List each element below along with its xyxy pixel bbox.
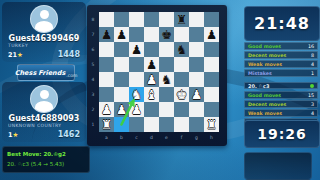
player-rating: 1462 [58, 130, 80, 139]
piece-black-knight[interactable]: ♞ [159, 72, 174, 87]
piece-black-pawn[interactable]: ♟ [204, 27, 219, 42]
square-g1[interactable] [189, 117, 204, 132]
file-label-g: g [189, 134, 204, 144]
square-c3[interactable]: ♞ [129, 87, 144, 102]
clock-time: 19:26 [257, 126, 307, 142]
square-c7[interactable] [129, 27, 144, 42]
piece-black-pawn[interactable]: ♟ [114, 27, 129, 42]
stat-label: Decent moves [248, 53, 286, 58]
good-move-dot-icon [310, 84, 314, 88]
square-h8[interactable] [204, 12, 219, 27]
file-label-e: e [159, 134, 174, 144]
square-h1[interactable]: ♜ [204, 117, 219, 132]
stat-value: 4 [311, 111, 314, 116]
star-icon: ★ [13, 131, 19, 139]
square-d6[interactable] [144, 42, 159, 57]
piece-white-pawn[interactable]: ♟ [129, 102, 144, 117]
player-name: Guest46399469 [6, 34, 82, 43]
best-move-text: Best Move: 20.♔g2 [7, 149, 85, 159]
stat-row-weak: Weak moves4 [244, 109, 318, 117]
square-b5[interactable] [114, 57, 129, 72]
stat-row-weak: Weak moves4 [244, 60, 318, 68]
avatar-person-icon [40, 90, 49, 99]
stat-row-mistakes: Mistakes1 [244, 69, 318, 77]
square-d5[interactable]: ♟ [144, 57, 159, 72]
square-e2[interactable] [159, 102, 174, 117]
piece-black-pawn[interactable]: ♟ [144, 57, 159, 72]
piece-white-bishop[interactable]: ♝ [144, 87, 159, 102]
square-h5[interactable] [204, 57, 219, 72]
piece-white-rook[interactable]: ♜ [99, 117, 114, 132]
rank-label-2: 2 [87, 102, 99, 117]
file-label-b: b [114, 134, 129, 144]
square-c5[interactable] [129, 57, 144, 72]
player-rating: 1448 [58, 50, 80, 59]
player-country: TURKEY [6, 43, 82, 49]
square-c8[interactable] [129, 12, 144, 27]
rank-label-8: 8 [87, 12, 99, 27]
stat-label: Good moves [248, 93, 281, 98]
rank-label-1: 1 [87, 117, 99, 132]
file-label-d: d [144, 134, 159, 144]
avatar [30, 85, 58, 113]
player-country: UNKNOWN COUNTRY [6, 123, 82, 129]
avatar-person-icon [35, 21, 53, 33]
square-c4[interactable] [129, 72, 144, 87]
file-label-c: c [129, 134, 144, 144]
square-f3[interactable]: ♚ [174, 87, 189, 102]
piece-black-rook[interactable]: ♜ [174, 12, 189, 27]
square-e4[interactable]: ♞ [159, 72, 174, 87]
piece-white-king[interactable]: ♚ [174, 87, 189, 102]
player-name: Guest46889093 [6, 114, 82, 123]
square-e3[interactable] [159, 87, 174, 102]
square-g8[interactable] [189, 12, 204, 27]
square-h4[interactable] [204, 72, 219, 87]
square-c6[interactable]: ♟ [129, 42, 144, 57]
square-a6[interactable] [99, 42, 114, 57]
piece-white-pawn[interactable]: ♟ [99, 102, 114, 117]
logo-text: Chess [15, 69, 37, 77]
clock-opponent: 21:48 [244, 6, 320, 41]
stat-label: Good moves [248, 44, 281, 49]
player-card-self: Guest46889093 UNKNOWN COUNTRY 1★ 1462 [2, 82, 86, 142]
square-g7[interactable] [189, 27, 204, 42]
square-b1[interactable] [114, 117, 129, 132]
avatar-person-icon [40, 10, 49, 19]
square-d3[interactable]: ♝ [144, 87, 159, 102]
square-c1[interactable] [129, 117, 144, 132]
square-g4[interactable] [189, 72, 204, 87]
square-e5[interactable] [159, 57, 174, 72]
square-d2[interactable] [144, 102, 159, 117]
square-f8[interactable]: ♜ [174, 12, 189, 27]
rank-label-4: 4 [87, 72, 99, 87]
stat-value: 15 [308, 93, 314, 98]
stat-value: 8 [311, 53, 314, 58]
stat-row-decent: Decent moves3 [244, 100, 318, 108]
square-d4[interactable]: ♟ [144, 72, 159, 87]
board-squares: ♜♟♟♚♟♟♞♟♟♞♞♝♚♟♟♟♟♜♜ [99, 12, 219, 132]
player-card-opponent: Guest46399469 TURKEY 21★ 1448 [2, 2, 86, 62]
avatar [30, 5, 58, 33]
piece-black-knight[interactable]: ♞ [174, 42, 189, 57]
file-label-h: h [204, 134, 219, 144]
rank-labels: 87654321 [87, 12, 99, 132]
player-stars: 1★ [8, 131, 18, 139]
square-h2[interactable] [204, 102, 219, 117]
square-d1[interactable] [144, 117, 159, 132]
square-f5[interactable] [174, 57, 189, 72]
square-b6[interactable] [114, 42, 129, 57]
clock-self: 19:26 [244, 120, 320, 148]
square-a2[interactable]: ♟ [99, 102, 114, 117]
piece-white-pawn[interactable]: ♟ [189, 87, 204, 102]
square-b3[interactable] [114, 87, 129, 102]
piece-black-pawn[interactable]: ♟ [129, 42, 144, 57]
rank-label-3: 3 [87, 87, 99, 102]
clock-time: 21:48 [254, 14, 310, 33]
piece-white-knight[interactable]: ♞ [129, 87, 144, 102]
stat-value: 3 [311, 102, 314, 107]
square-f1[interactable] [174, 117, 189, 132]
square-e1[interactable] [159, 117, 174, 132]
square-g5[interactable] [189, 57, 204, 72]
rank-label-7: 7 [87, 27, 99, 42]
stat-row-good: Good moves15 [244, 91, 318, 99]
square-e6[interactable] [159, 42, 174, 57]
stat-value: 16 [308, 44, 314, 49]
square-g6[interactable] [189, 42, 204, 57]
stat-row-good: Good moves16 [244, 42, 318, 50]
chat-panel[interactable] [244, 152, 312, 180]
square-f7[interactable] [174, 27, 189, 42]
rank-label-6: 6 [87, 42, 99, 57]
move-quality-stats-opponent: Good moves16Decent moves8Weak moves4Mist… [244, 42, 318, 77]
analysis-panel: Best Move: 20.♔g2 20. ♘c3 (5.4 → 5.43) [2, 146, 90, 173]
square-a4[interactable] [99, 72, 114, 87]
square-h6[interactable] [204, 42, 219, 57]
played-move-eval-text: 20. ♘c3 (5.4 → 5.43) [7, 159, 85, 169]
stat-value: 1 [311, 71, 314, 76]
square-g2[interactable] [189, 102, 204, 117]
square-h7[interactable]: ♟ [204, 27, 219, 42]
square-e7[interactable]: ♚ [159, 27, 174, 42]
square-b4[interactable] [114, 72, 129, 87]
square-a8[interactable] [99, 12, 114, 27]
chessfriends-logo[interactable]: Chess Friends .com [17, 64, 75, 81]
logo-text: .com [66, 73, 77, 80]
star-icon: ★ [17, 51, 23, 59]
chess-board: 87654321 ♜♟♟♚♟♟♞♟♟♞♞♝♚♟♟♟♟♜♜ abcdefgh [87, 5, 227, 146]
square-h3[interactable] [204, 87, 219, 102]
square-c2[interactable]: ♟ [129, 102, 144, 117]
square-a3[interactable] [99, 87, 114, 102]
stars-count: 21 [8, 51, 17, 59]
piece-white-pawn[interactable]: ♟ [114, 102, 129, 117]
piece-black-pawn[interactable]: ♟ [99, 27, 114, 42]
square-a7[interactable]: ♟ [99, 27, 114, 42]
stat-label: Decent moves [248, 102, 286, 107]
square-a5[interactable] [99, 57, 114, 72]
piece-white-pawn[interactable]: ♟ [144, 72, 159, 87]
file-label-a: a [99, 134, 114, 144]
square-f2[interactable] [174, 102, 189, 117]
logo-text: Friends [38, 69, 65, 77]
stat-row-decent: Decent moves8 [244, 51, 318, 59]
square-a1[interactable]: ♜ [99, 117, 114, 132]
square-e8[interactable] [159, 12, 174, 27]
player-stars: 21★ [8, 51, 23, 59]
stat-label: Weak moves [248, 111, 282, 116]
file-label-f: f [174, 134, 189, 144]
stat-label: Mistakes [248, 71, 272, 76]
file-labels: abcdefgh [99, 134, 219, 144]
avatar-person-icon [35, 101, 53, 113]
square-g3[interactable]: ♟ [189, 87, 204, 102]
square-b7[interactable]: ♟ [114, 27, 129, 42]
stat-label: Weak moves [248, 62, 282, 67]
square-d8[interactable] [144, 12, 159, 27]
square-b8[interactable] [114, 12, 129, 27]
piece-black-king[interactable]: ♚ [159, 27, 174, 42]
rank-label-5: 5 [87, 57, 99, 72]
current-move-label: 20. ♘c3 [248, 83, 270, 89]
square-b2[interactable]: ♟ [114, 102, 129, 117]
square-d7[interactable] [144, 27, 159, 42]
current-move-ticker[interactable]: 20. ♘c3 [244, 82, 318, 89]
stat-value: 4 [311, 62, 314, 67]
player-meta-row: 21★ 1448 [6, 49, 82, 59]
piece-white-rook[interactable]: ♜ [204, 117, 219, 132]
player-meta-row: 1★ 1462 [6, 129, 82, 139]
app-root: Guest46399469 TURKEY 21★ 1448 Chess Frie… [0, 0, 320, 180]
square-f6[interactable]: ♞ [174, 42, 189, 57]
square-f4[interactable] [174, 72, 189, 87]
